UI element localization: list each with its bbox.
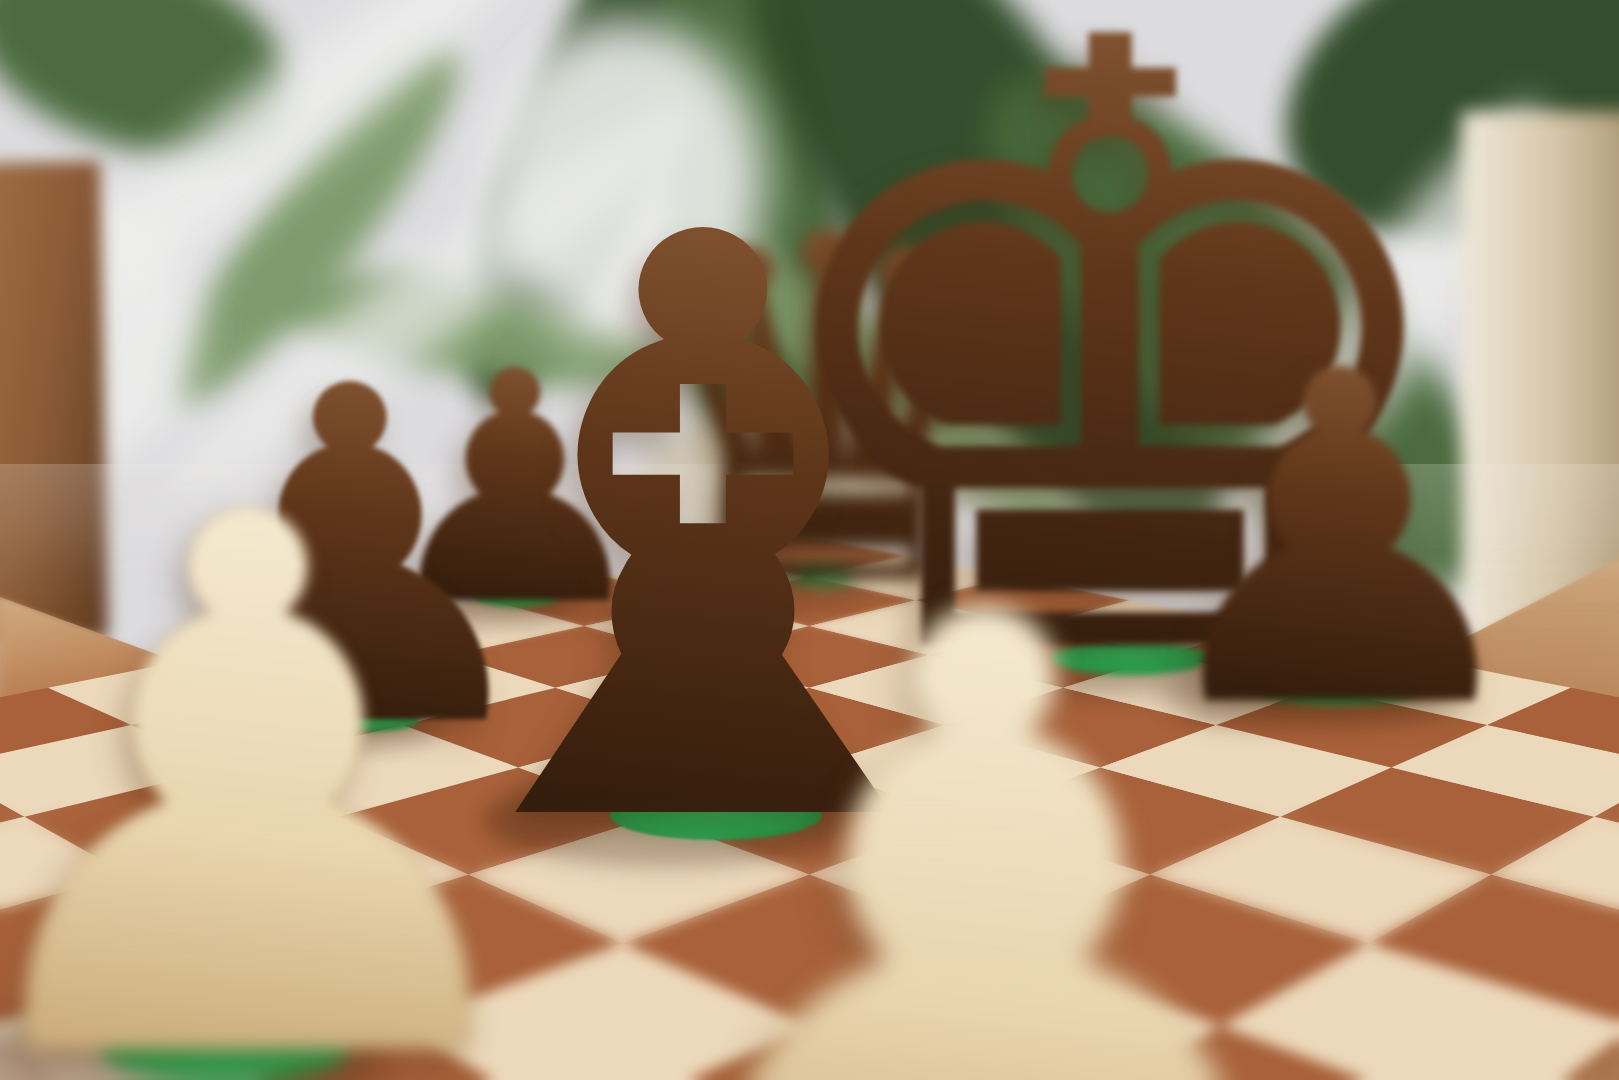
chess-photo: Close-up photograph of wooden chess piec…: [0, 0, 1619, 1080]
white-pawn-near-center: ♟: [587, 503, 1384, 1080]
pieces-layer: ♟♟♟♟♝♛♚♟: [0, 0, 1619, 1080]
white-pawn-near-left: ♟: [0, 422, 580, 1080]
